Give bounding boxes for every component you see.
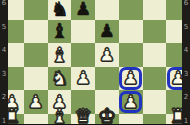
square-f6[interactable] xyxy=(119,0,143,20)
rank-label-1-left: 1 xyxy=(0,117,8,125)
piece-black-knight-c6[interactable]: ♞ xyxy=(50,0,68,19)
square-g3[interactable] xyxy=(143,67,167,91)
square-g2[interactable] xyxy=(143,90,167,114)
square-d5[interactable] xyxy=(71,20,95,44)
square-f2[interactable]: ♟ xyxy=(119,90,143,114)
square-c6[interactable]: ♞ xyxy=(48,0,72,20)
piece-white-pawn-f3[interactable]: ♟ xyxy=(123,69,139,87)
square-g5[interactable] xyxy=(143,20,167,44)
square-g1[interactable] xyxy=(143,114,167,125)
square-b1[interactable] xyxy=(24,114,48,125)
piece-white-pawn-b2[interactable]: ♟ xyxy=(28,93,44,111)
square-d3[interactable]: ♟ xyxy=(71,67,95,91)
square-e4[interactable]: ♟ xyxy=(95,43,119,67)
square-e1[interactable]: ♚ xyxy=(95,114,119,125)
piece-white-queen-d1[interactable]: ♛ xyxy=(74,106,92,124)
piece-white-king-e1[interactable]: ♚ xyxy=(98,106,116,124)
piece-white-pawn-f2[interactable]: ♟ xyxy=(123,93,139,111)
square-c5[interactable]: ♝ xyxy=(48,20,72,44)
square-d4[interactable] xyxy=(71,43,95,67)
piece-white-bishop-c1[interactable]: ♝ xyxy=(50,106,68,124)
board-grid: ♞♟♝♟♝♟♞♟♟♟♟♟♟♟♜♝♛♚♜ xyxy=(0,0,190,124)
piece-black-pawn-d6[interactable]: ♟ xyxy=(75,0,91,18)
rank-label-3-right: 3 xyxy=(182,70,190,78)
rank-label-1-right: 1 xyxy=(182,117,190,125)
rank-label-3-left: 3 xyxy=(0,70,8,78)
piece-white-bishop-c4[interactable]: ♝ xyxy=(50,45,68,65)
square-c4[interactable]: ♝ xyxy=(48,43,72,67)
square-b2[interactable]: ♟ xyxy=(24,90,48,114)
square-b5[interactable] xyxy=(24,20,48,44)
square-b3[interactable] xyxy=(24,67,48,91)
square-e5[interactable]: ♟ xyxy=(95,20,119,44)
square-d1[interactable]: ♛ xyxy=(71,114,95,125)
rank-label-5-left: 5 xyxy=(0,23,8,31)
square-e6[interactable] xyxy=(95,0,119,20)
rank-label-6-right: 6 xyxy=(182,0,190,7)
rank-label-5-right: 5 xyxy=(182,23,190,31)
square-b6[interactable] xyxy=(24,0,48,20)
square-b4[interactable] xyxy=(24,43,48,67)
piece-white-pawn-e4[interactable]: ♟ xyxy=(99,46,115,64)
square-e3[interactable] xyxy=(95,67,119,91)
rank-label-2-left: 2 xyxy=(0,93,8,101)
square-f4[interactable] xyxy=(119,43,143,67)
rank-label-4-left: 4 xyxy=(0,46,8,54)
piece-black-pawn-e5[interactable]: ♟ xyxy=(99,22,115,40)
rank-label-4-right: 4 xyxy=(182,46,190,54)
square-g4[interactable] xyxy=(143,43,167,67)
piece-white-pawn-d3[interactable]: ♟ xyxy=(75,69,91,87)
square-c3[interactable]: ♞ xyxy=(48,67,72,91)
square-f5[interactable] xyxy=(119,20,143,44)
piece-white-knight-c3[interactable]: ♞ xyxy=(50,68,68,88)
chess-board: ♞♟♝♟♝♟♞♟♟♟♟♟♟♟♜♝♛♚♜ 654321 654321 xyxy=(0,0,190,124)
square-f3[interactable]: ♟ xyxy=(119,67,143,91)
square-c1[interactable]: ♝ xyxy=(48,114,72,125)
rank-label-6-left: 6 xyxy=(0,0,8,7)
rank-label-2-right: 2 xyxy=(182,93,190,101)
piece-black-bishop-c5[interactable]: ♝ xyxy=(50,21,68,41)
rank-coords-left: 654321 xyxy=(0,0,8,124)
square-d6[interactable]: ♟ xyxy=(71,0,95,20)
rank-coords-right: 654321 xyxy=(182,0,190,124)
square-g6[interactable] xyxy=(143,0,167,20)
square-f1[interactable] xyxy=(119,114,143,125)
